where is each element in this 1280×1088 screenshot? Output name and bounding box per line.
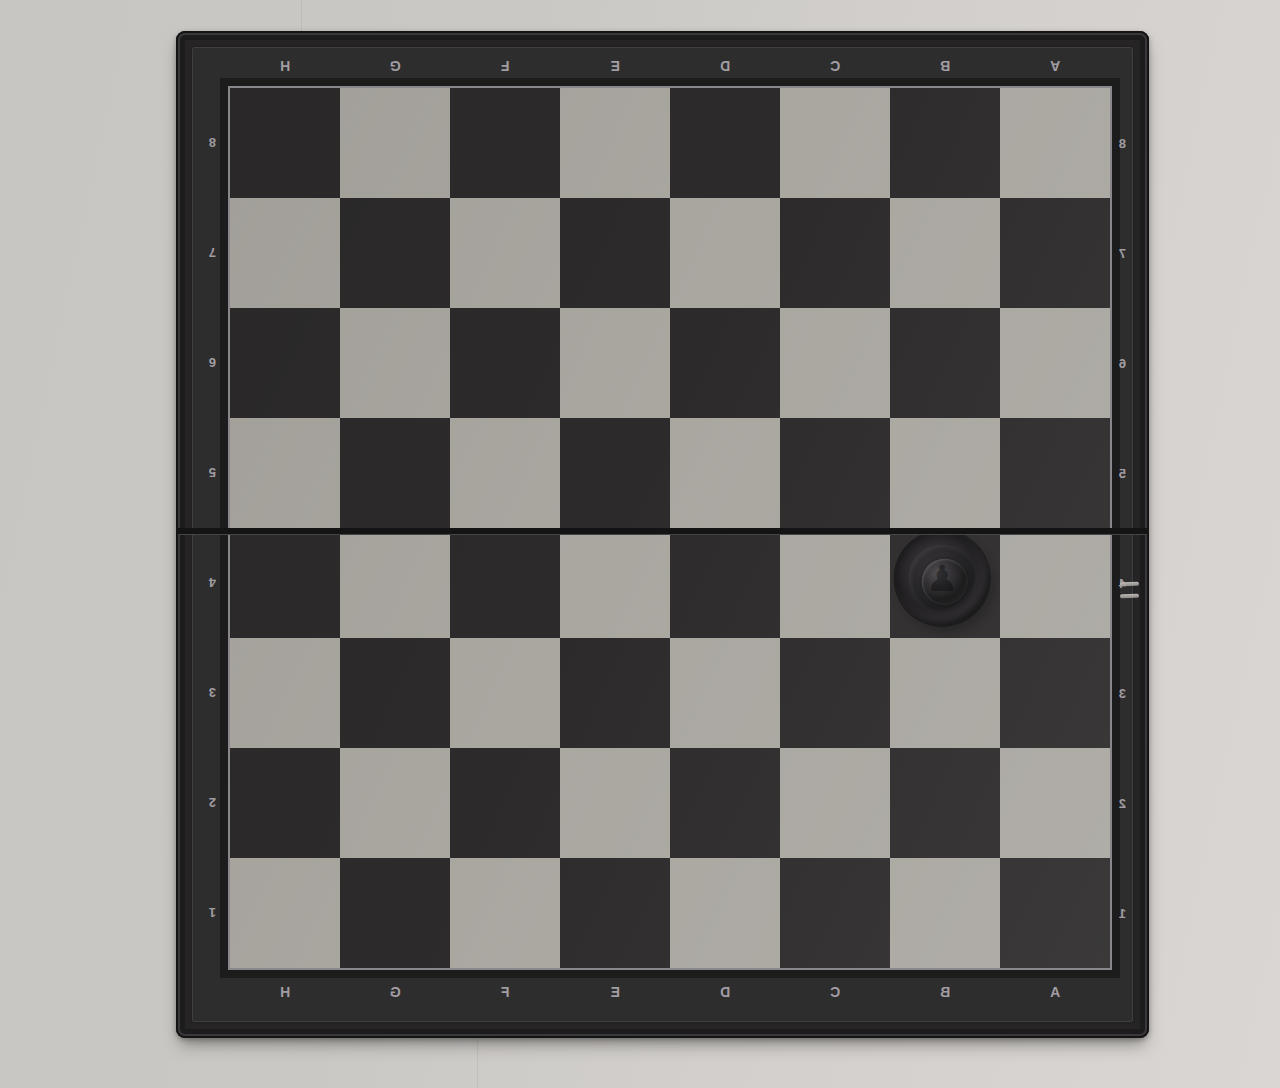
square-b5[interactable]	[890, 418, 1000, 528]
square-b7[interactable]	[890, 198, 1000, 308]
square-d5[interactable]	[670, 418, 780, 528]
black-pawn-glyph: ♟	[895, 531, 990, 626]
square-d4[interactable]	[670, 528, 780, 638]
square-e7[interactable]	[560, 198, 670, 308]
square-d6[interactable]	[670, 308, 780, 418]
square-g4[interactable]	[340, 528, 450, 638]
square-c5[interactable]	[780, 418, 890, 528]
square-f3[interactable]	[450, 638, 560, 748]
square-c2[interactable]	[780, 748, 890, 858]
square-h5[interactable]	[230, 418, 340, 528]
square-e2[interactable]	[560, 748, 670, 858]
square-g2[interactable]	[340, 748, 450, 858]
square-e5[interactable]	[560, 418, 670, 528]
square-c6[interactable]	[780, 308, 890, 418]
square-b1[interactable]	[890, 858, 1000, 968]
square-a1[interactable]	[1000, 858, 1110, 968]
black-pawn[interactable]: ♟	[895, 531, 990, 626]
square-g5[interactable]	[340, 418, 450, 528]
square-h7[interactable]	[230, 198, 340, 308]
photo-backdrop: HGFEDCBA HGFEDCBA 87654321 87654321 ♟	[0, 0, 1280, 1088]
square-c4[interactable]	[780, 528, 890, 638]
square-h3[interactable]	[230, 638, 340, 748]
square-g6[interactable]	[340, 308, 450, 418]
square-e3[interactable]	[560, 638, 670, 748]
square-b4[interactable]: ♟	[890, 528, 1000, 638]
square-e6[interactable]	[560, 308, 670, 418]
square-a8[interactable]	[1000, 88, 1110, 198]
square-a5[interactable]	[1000, 418, 1110, 528]
square-c3[interactable]	[780, 638, 890, 748]
square-b8[interactable]	[890, 88, 1000, 198]
square-g3[interactable]	[340, 638, 450, 748]
square-b2[interactable]	[890, 748, 1000, 858]
square-h6[interactable]	[230, 308, 340, 418]
square-f6[interactable]	[450, 308, 560, 418]
square-h4[interactable]	[230, 528, 340, 638]
square-d8[interactable]	[670, 88, 780, 198]
chess-board: HGFEDCBA HGFEDCBA 87654321 87654321 ♟	[176, 31, 1149, 1038]
square-g1[interactable]	[340, 858, 450, 968]
square-c1[interactable]	[780, 858, 890, 968]
square-f4[interactable]	[450, 528, 560, 638]
square-h1[interactable]	[230, 858, 340, 968]
square-c8[interactable]	[780, 88, 890, 198]
square-e4[interactable]	[560, 528, 670, 638]
square-e1[interactable]	[560, 858, 670, 968]
square-f7[interactable]	[450, 198, 560, 308]
hinge-latch	[1120, 582, 1140, 604]
square-a6[interactable]	[1000, 308, 1110, 418]
backdrop-seam-top	[301, 0, 302, 31]
square-a2[interactable]	[1000, 748, 1110, 858]
square-f8[interactable]	[450, 88, 560, 198]
fold-seam	[178, 528, 1147, 535]
square-d1[interactable]	[670, 858, 780, 968]
square-f5[interactable]	[450, 418, 560, 528]
square-a3[interactable]	[1000, 638, 1110, 748]
square-a7[interactable]	[1000, 198, 1110, 308]
square-g7[interactable]	[340, 198, 450, 308]
square-b3[interactable]	[890, 638, 1000, 748]
square-d2[interactable]	[670, 748, 780, 858]
backdrop-seam-bottom	[477, 1034, 478, 1088]
square-d7[interactable]	[670, 198, 780, 308]
square-d3[interactable]	[670, 638, 780, 748]
square-a4[interactable]	[1000, 528, 1110, 638]
square-f2[interactable]	[450, 748, 560, 858]
square-b6[interactable]	[890, 308, 1000, 418]
square-e8[interactable]	[560, 88, 670, 198]
square-f1[interactable]	[450, 858, 560, 968]
square-h2[interactable]	[230, 748, 340, 858]
square-c7[interactable]	[780, 198, 890, 308]
square-g8[interactable]	[340, 88, 450, 198]
square-h8[interactable]	[230, 88, 340, 198]
